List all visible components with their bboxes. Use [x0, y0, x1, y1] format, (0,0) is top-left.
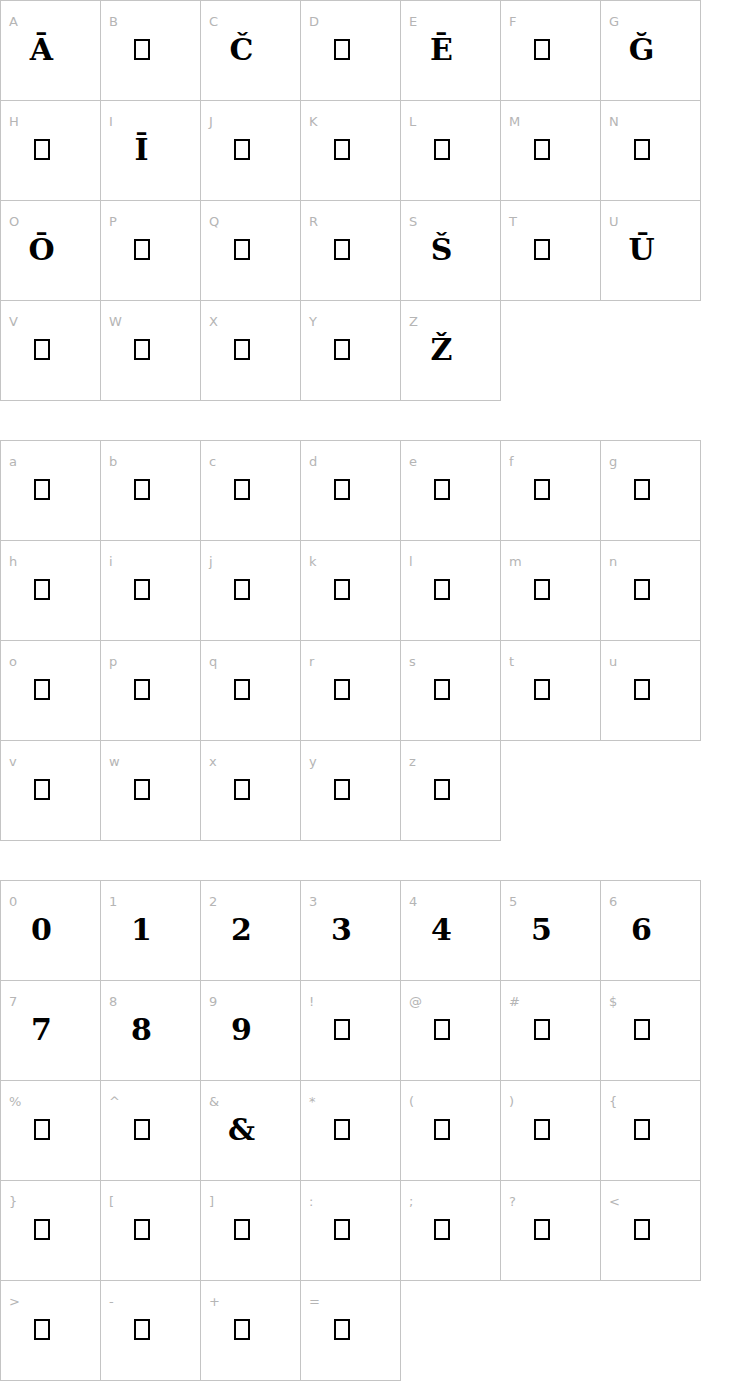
missing-glyph-box [334, 1119, 350, 1140]
glyph-cell: s [401, 641, 501, 741]
missing-glyph-container [509, 125, 574, 174]
missing-glyph-container [109, 325, 174, 374]
glyph-cell: d [301, 441, 401, 541]
missing-glyph-container [9, 665, 74, 714]
cell-glyph: Ē [430, 35, 453, 65]
glyph-container: Ž [409, 325, 474, 374]
missing-glyph-container [309, 325, 374, 374]
missing-glyph-box [234, 1319, 250, 1340]
missing-glyph-container [309, 1105, 374, 1154]
missing-glyph-container [109, 465, 174, 514]
missing-glyph-container [409, 1005, 474, 1054]
glyph-cell: 44 [401, 881, 501, 981]
missing-glyph-container [609, 465, 674, 514]
glyph-cell: q [201, 641, 301, 741]
glyph-cell: o [1, 641, 101, 741]
missing-glyph-box [134, 779, 150, 800]
glyph-cell: u [601, 641, 701, 741]
glyph-container: 2 [209, 905, 274, 954]
missing-glyph-container [209, 665, 274, 714]
missing-glyph-container [9, 765, 74, 814]
missing-glyph-container [409, 125, 474, 174]
missing-glyph-container [309, 25, 374, 74]
missing-glyph-container [509, 25, 574, 74]
missing-glyph-container [9, 1305, 74, 1354]
glyph-cell: T [501, 201, 601, 301]
missing-glyph-container [109, 25, 174, 74]
missing-glyph-container [9, 465, 74, 514]
missing-glyph-box [434, 779, 450, 800]
glyph-cell: p [101, 641, 201, 741]
glyph-cell: AĀ [1, 1, 101, 101]
missing-glyph-container [509, 225, 574, 274]
missing-glyph-container [109, 1105, 174, 1154]
missing-glyph-box [334, 239, 350, 260]
missing-glyph-box [334, 779, 350, 800]
glyph-cell: B [101, 1, 201, 101]
glyph-cell: Q [201, 201, 301, 301]
glyph-cell: && [201, 1081, 301, 1181]
cell-glyph: 6 [631, 915, 652, 945]
glyph-cell: 33 [301, 881, 401, 981]
missing-glyph-container [109, 765, 174, 814]
missing-glyph-box [334, 479, 350, 500]
missing-glyph-container [509, 1205, 574, 1254]
glyph-cell: ^ [101, 1081, 201, 1181]
missing-glyph-container [509, 1105, 574, 1154]
glyph-cell: ( [401, 1081, 501, 1181]
missing-glyph-box [534, 479, 550, 500]
cell-glyph: 8 [131, 1015, 152, 1045]
glyph-cell: J [201, 101, 301, 201]
missing-glyph-container [309, 665, 374, 714]
missing-glyph-container [309, 125, 374, 174]
missing-glyph-container [209, 125, 274, 174]
glyph-container: 9 [209, 1005, 274, 1054]
missing-glyph-box [34, 339, 50, 360]
missing-glyph-box [634, 679, 650, 700]
glyph-cell: $ [601, 981, 701, 1081]
missing-glyph-container [309, 765, 374, 814]
cell-glyph: Ğ [629, 35, 655, 65]
glyph-cell: { [601, 1081, 701, 1181]
missing-glyph-box [34, 1219, 50, 1240]
glyph-container: 1 [109, 905, 174, 954]
missing-glyph-container [9, 125, 74, 174]
missing-glyph-container [109, 1305, 174, 1354]
glyph-cell: SŠ [401, 201, 501, 301]
glyph-cell: Y [301, 301, 401, 401]
glyph-cell: W [101, 301, 201, 401]
missing-glyph-box [234, 239, 250, 260]
missing-glyph-box [534, 39, 550, 60]
missing-glyph-container [9, 1205, 74, 1254]
missing-glyph-box [334, 139, 350, 160]
glyph-cell: t [501, 641, 601, 741]
glyph-cell: [ [101, 1181, 201, 1281]
glyph-cell: z [401, 741, 501, 841]
missing-glyph-box [234, 679, 250, 700]
glyph-container: Ī [109, 125, 174, 174]
glyph-cell: g [601, 441, 701, 541]
missing-glyph-box [234, 779, 250, 800]
glyph-cell: + [201, 1281, 301, 1381]
missing-glyph-box [534, 1219, 550, 1240]
glyph-cell: EĒ [401, 1, 501, 101]
missing-glyph-container [209, 325, 274, 374]
missing-glyph-container [309, 1005, 374, 1054]
missing-glyph-container [309, 225, 374, 274]
glyph-container: Š [409, 225, 474, 274]
glyph-cell: } [1, 1181, 101, 1281]
glyph-cell: f [501, 441, 601, 541]
cell-glyph: 4 [431, 915, 452, 945]
glyph-cell: * [301, 1081, 401, 1181]
missing-glyph-box [34, 1319, 50, 1340]
glyph-cell: ) [501, 1081, 601, 1181]
glyph-cell: m [501, 541, 601, 641]
glyph-cell: 66 [601, 881, 701, 981]
glyph-cell: l [401, 541, 501, 641]
glyph-container: 5 [509, 905, 574, 954]
cell-glyph: 3 [331, 915, 352, 945]
missing-glyph-box [334, 1219, 350, 1240]
missing-glyph-box [134, 1319, 150, 1340]
glyph-cell: a [1, 441, 101, 541]
missing-glyph-container [509, 565, 574, 614]
glyph-cell: r [301, 641, 401, 741]
glyph-cell: # [501, 981, 601, 1081]
missing-glyph-box [134, 479, 150, 500]
missing-glyph-container [9, 325, 74, 374]
missing-glyph-box [434, 479, 450, 500]
missing-glyph-box [334, 1319, 350, 1340]
missing-glyph-box [134, 239, 150, 260]
glyph-cell: H [1, 101, 101, 201]
missing-glyph-container [309, 1205, 374, 1254]
missing-glyph-box [334, 579, 350, 600]
character-map-page: AĀBCČDEĒFGĞHIĪJKLMNOŌPQRSŠTUŪVWXYZŽ abcd… [0, 0, 740, 1381]
glyph-container: & [209, 1105, 274, 1154]
glyph-cell: P [101, 201, 201, 301]
missing-glyph-container [609, 1205, 674, 1254]
missing-glyph-container [609, 125, 674, 174]
missing-glyph-container [209, 1305, 274, 1354]
missing-glyph-container [209, 465, 274, 514]
missing-glyph-container [509, 465, 574, 514]
missing-glyph-container [409, 765, 474, 814]
glyph-cell: - [101, 1281, 201, 1381]
missing-glyph-box [234, 579, 250, 600]
glyph-cell: ] [201, 1181, 301, 1281]
grid-uppercase: AĀBCČDEĒFGĞHIĪJKLMNOŌPQRSŠTUŪVWXYZŽ [0, 0, 701, 401]
missing-glyph-box [534, 139, 550, 160]
missing-glyph-box [34, 579, 50, 600]
cell-glyph: 1 [131, 915, 152, 945]
glyph-cell: M [501, 101, 601, 201]
missing-glyph-box [634, 579, 650, 600]
glyph-cell: > [1, 1281, 101, 1381]
missing-glyph-container [409, 1205, 474, 1254]
glyph-container: 6 [609, 905, 674, 954]
cell-glyph: & [228, 1115, 255, 1145]
glyph-cell: GĞ [601, 1, 701, 101]
glyph-cell: UŪ [601, 201, 701, 301]
missing-glyph-container [109, 225, 174, 274]
glyph-container: 4 [409, 905, 474, 954]
glyph-cell: R [301, 201, 401, 301]
grid-lowercase: abcdefghijklmnopqrstuvwxyz [0, 440, 701, 841]
glyph-cell: CČ [201, 1, 301, 101]
glyph-cell: h [1, 541, 101, 641]
missing-glyph-box [34, 139, 50, 160]
missing-glyph-box [34, 679, 50, 700]
glyph-cell: 77 [1, 981, 101, 1081]
glyph-cell: 11 [101, 881, 201, 981]
missing-glyph-container [409, 665, 474, 714]
missing-glyph-box [134, 1119, 150, 1140]
glyph-container: 3 [309, 905, 374, 954]
missing-glyph-container [509, 665, 574, 714]
missing-glyph-box [434, 1019, 450, 1040]
glyph-cell: c [201, 441, 301, 541]
glyph-cell: N [601, 101, 701, 201]
glyph-cell: V [1, 301, 101, 401]
missing-glyph-box [334, 1019, 350, 1040]
glyph-cell: j [201, 541, 301, 641]
glyph-cell: k [301, 541, 401, 641]
missing-glyph-container [109, 565, 174, 614]
glyph-cell: ? [501, 1181, 601, 1281]
missing-glyph-container [9, 565, 74, 614]
glyph-container: Č [209, 25, 274, 74]
missing-glyph-box [434, 1119, 450, 1140]
glyph-cell: v [1, 741, 101, 841]
glyph-cell: < [601, 1181, 701, 1281]
glyph-cell: 99 [201, 981, 301, 1081]
glyph-cell: x [201, 741, 301, 841]
glyph-cell: OŌ [1, 201, 101, 301]
glyph-container: Ā [9, 25, 74, 74]
glyph-cell: D [301, 1, 401, 101]
missing-glyph-box [634, 1019, 650, 1040]
cell-glyph: Ž [431, 335, 453, 365]
glyph-cell: 55 [501, 881, 601, 981]
missing-glyph-box [34, 1119, 50, 1140]
missing-glyph-container [609, 1105, 674, 1154]
cell-glyph: Š [431, 235, 453, 265]
missing-glyph-box [534, 1119, 550, 1140]
cell-glyph: 5 [531, 915, 552, 945]
glyph-cell: = [301, 1281, 401, 1381]
glyph-cell: n [601, 541, 701, 641]
missing-glyph-box [134, 679, 150, 700]
glyph-cell: F [501, 1, 601, 101]
missing-glyph-container [109, 1205, 174, 1254]
glyph-cell: w [101, 741, 201, 841]
glyph-cell: ZŽ [401, 301, 501, 401]
missing-glyph-container [309, 1305, 374, 1354]
missing-glyph-box [434, 1219, 450, 1240]
missing-glyph-box [334, 679, 350, 700]
cell-glyph: 0 [31, 915, 52, 945]
cell-glyph: Č [230, 35, 254, 65]
cell-glyph: 9 [231, 1015, 252, 1045]
missing-glyph-box [134, 579, 150, 600]
missing-glyph-container [109, 665, 174, 714]
glyph-cell: % [1, 1081, 101, 1181]
cell-glyph: Ī [134, 135, 148, 165]
glyph-cell: L [401, 101, 501, 201]
missing-glyph-box [634, 1219, 650, 1240]
missing-glyph-box [534, 579, 550, 600]
glyph-container: 8 [109, 1005, 174, 1054]
missing-glyph-container [209, 225, 274, 274]
glyph-container: 0 [9, 905, 74, 954]
missing-glyph-box [134, 1219, 150, 1240]
missing-glyph-container [209, 1205, 274, 1254]
missing-glyph-box [634, 479, 650, 500]
missing-glyph-container [609, 565, 674, 614]
glyph-container: Ē [409, 25, 474, 74]
glyph-cell: ; [401, 1181, 501, 1281]
missing-glyph-box [534, 1019, 550, 1040]
glyph-container: Ğ [609, 25, 674, 74]
cell-glyph: 2 [231, 915, 252, 945]
missing-glyph-box [434, 139, 450, 160]
glyph-container: Ō [9, 225, 74, 274]
cell-glyph: Ū [628, 235, 654, 265]
missing-glyph-container [409, 565, 474, 614]
glyph-cell: : [301, 1181, 401, 1281]
glyph-cell: 22 [201, 881, 301, 981]
glyph-cell: IĪ [101, 101, 201, 201]
glyph-container: Ū [609, 225, 674, 274]
missing-glyph-box [434, 679, 450, 700]
missing-glyph-box [34, 779, 50, 800]
cell-glyph: 7 [31, 1015, 52, 1045]
missing-glyph-box [234, 139, 250, 160]
missing-glyph-box [334, 39, 350, 60]
missing-glyph-container [409, 465, 474, 514]
missing-glyph-box [34, 479, 50, 500]
glyph-cell: @ [401, 981, 501, 1081]
missing-glyph-container [209, 765, 274, 814]
missing-glyph-box [234, 339, 250, 360]
missing-glyph-box [134, 339, 150, 360]
missing-glyph-box [234, 1219, 250, 1240]
glyph-cell: 00 [1, 881, 101, 981]
missing-glyph-box [234, 479, 250, 500]
glyph-cell: b [101, 441, 201, 541]
missing-glyph-box [334, 339, 350, 360]
missing-glyph-box [434, 579, 450, 600]
glyph-cell: K [301, 101, 401, 201]
missing-glyph-container [309, 465, 374, 514]
missing-glyph-container [609, 665, 674, 714]
cell-glyph: Ō [28, 235, 54, 265]
missing-glyph-box [134, 39, 150, 60]
cell-glyph: Ā [30, 35, 53, 65]
missing-glyph-container [509, 1005, 574, 1054]
missing-glyph-container [209, 565, 274, 614]
glyph-cell: ! [301, 981, 401, 1081]
glyph-cell: y [301, 741, 401, 841]
missing-glyph-box [534, 679, 550, 700]
glyph-cell: i [101, 541, 201, 641]
missing-glyph-container [409, 1105, 474, 1154]
glyph-cell: 88 [101, 981, 201, 1081]
missing-glyph-box [634, 139, 650, 160]
grid-symbols: 00112233445566778899!@#$%^&&*(){}[]:;?<>… [0, 880, 701, 1381]
glyph-cell: X [201, 301, 301, 401]
missing-glyph-box [534, 239, 550, 260]
glyph-cell: e [401, 441, 501, 541]
missing-glyph-container [609, 1005, 674, 1054]
missing-glyph-box [634, 1119, 650, 1140]
glyph-container: 7 [9, 1005, 74, 1054]
missing-glyph-container [309, 565, 374, 614]
missing-glyph-container [9, 1105, 74, 1154]
